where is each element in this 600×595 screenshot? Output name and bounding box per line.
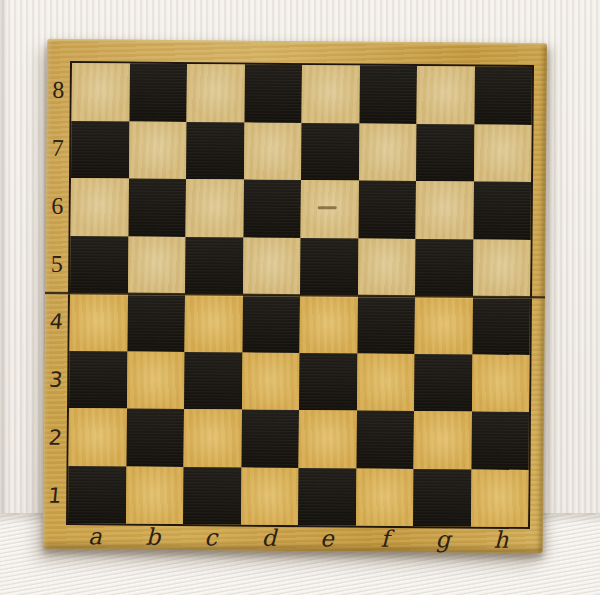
file-label-c: c	[182, 525, 240, 550]
file-label-d: d	[240, 526, 298, 551]
square-e1[interactable]	[298, 468, 356, 526]
square-f6[interactable]	[358, 181, 416, 239]
square-e8[interactable]	[302, 65, 360, 123]
square-g3[interactable]	[414, 354, 472, 412]
square-c1[interactable]	[183, 467, 241, 525]
square-f2[interactable]	[356, 411, 414, 469]
square-a1[interactable]	[68, 466, 126, 524]
square-g5[interactable]	[415, 239, 473, 297]
square-c8[interactable]	[187, 64, 245, 122]
square-c4[interactable]	[185, 294, 243, 352]
square-f1[interactable]	[355, 468, 413, 526]
file-label-h: h	[472, 528, 530, 553]
rank-label-4: 4	[42, 293, 71, 351]
square-h1[interactable]	[470, 469, 528, 527]
square-c5[interactable]	[185, 237, 243, 295]
square-d1[interactable]	[241, 467, 299, 525]
square-g2[interactable]	[413, 411, 471, 469]
square-h5[interactable]	[473, 239, 531, 297]
square-d3[interactable]	[242, 352, 300, 410]
square-a8[interactable]	[72, 63, 130, 121]
rank-label-8: 8	[47, 61, 71, 119]
square-c6[interactable]	[186, 179, 244, 237]
square-a3[interactable]	[69, 351, 127, 409]
square-d5[interactable]	[243, 237, 301, 295]
square-f7[interactable]	[359, 123, 417, 181]
square-e6[interactable]	[301, 180, 359, 238]
scene: 87654321 abcdefgh	[0, 0, 600, 595]
square-a7[interactable]	[71, 121, 129, 179]
square-e5[interactable]	[300, 238, 358, 296]
square-g4[interactable]	[415, 296, 473, 354]
square-f4[interactable]	[357, 296, 415, 354]
square-d7[interactable]	[244, 122, 302, 180]
square-b5[interactable]	[128, 236, 186, 294]
square-d4[interactable]	[242, 295, 300, 353]
square-c3[interactable]	[184, 352, 242, 410]
square-h3[interactable]	[471, 354, 529, 412]
square-c7[interactable]	[186, 122, 244, 180]
file-label-a: a	[66, 524, 124, 549]
rank-label-6: 6	[46, 177, 70, 235]
square-b7[interactable]	[129, 121, 187, 179]
square-b8[interactable]	[129, 64, 187, 122]
square-a4[interactable]	[70, 293, 128, 351]
square-e2[interactable]	[299, 410, 357, 468]
file-label-f: f	[356, 527, 414, 552]
square-h7[interactable]	[474, 124, 532, 182]
square-a6[interactable]	[71, 178, 129, 236]
file-label-b: b	[124, 525, 182, 550]
square-f5[interactable]	[358, 238, 416, 296]
file-label-g: g	[414, 527, 472, 552]
square-d2[interactable]	[241, 410, 299, 468]
square-b3[interactable]	[127, 351, 185, 409]
rank-label-3: 3	[41, 351, 70, 409]
rank-label-2: 2	[41, 409, 70, 467]
square-e4[interactable]	[300, 295, 358, 353]
square-f3[interactable]	[357, 353, 415, 411]
square-g1[interactable]	[413, 469, 471, 527]
square-b2[interactable]	[126, 409, 184, 467]
file-label-e: e	[298, 526, 356, 551]
square-a2[interactable]	[69, 408, 127, 466]
square-h4[interactable]	[472, 297, 530, 355]
square-f8[interactable]	[359, 66, 417, 124]
square-b1[interactable]	[126, 466, 184, 524]
square-b4[interactable]	[127, 294, 185, 352]
square-b6[interactable]	[128, 179, 186, 237]
square-g8[interactable]	[417, 66, 475, 124]
file-labels: abcdefgh	[66, 524, 530, 552]
rank-label-1: 1	[40, 467, 69, 525]
rank-label-7: 7	[46, 119, 70, 177]
square-h2[interactable]	[471, 412, 529, 470]
square-a5[interactable]	[70, 236, 128, 294]
square-e7[interactable]	[301, 123, 359, 181]
rank-label-5: 5	[45, 235, 69, 293]
square-c2[interactable]	[184, 409, 242, 467]
square-h8[interactable]	[474, 67, 532, 125]
square-h6[interactable]	[473, 182, 531, 240]
square-g7[interactable]	[416, 124, 474, 182]
square-e3[interactable]	[299, 353, 357, 411]
chess-board: 87654321 abcdefgh	[43, 39, 547, 553]
square-d6[interactable]	[243, 180, 301, 238]
square-d8[interactable]	[244, 65, 302, 123]
square-g6[interactable]	[416, 181, 474, 239]
rank-labels: 87654321	[43, 61, 70, 525]
